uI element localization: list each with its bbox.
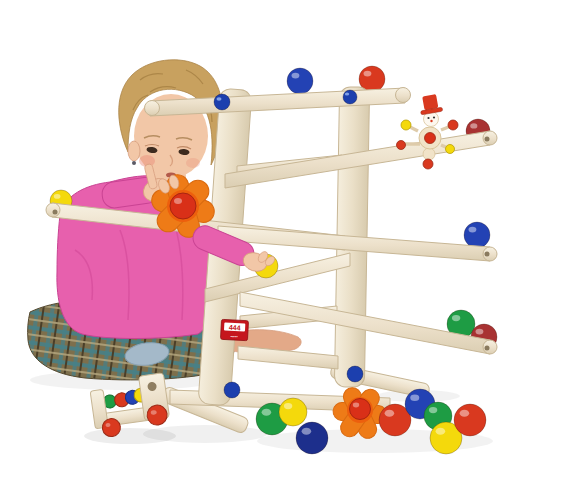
peg-icon [214,94,230,110]
ball-highlight [460,410,470,417]
clown-body-disc [425,133,436,144]
label-number: 444 [229,324,241,332]
ball-highlight [54,194,61,199]
star-hub-ball [350,399,371,420]
photo-stage: 444 ••••• [0,0,564,491]
ball-blue [287,68,313,94]
clown-boot [423,159,433,169]
clown-arm-ball [446,145,455,154]
ball-highlight [292,73,300,79]
clown-arm-ball [448,120,458,130]
ball-navy [296,422,328,454]
ball-red [454,404,486,436]
ear [128,141,140,161]
ball-highlight [284,403,292,409]
ball-highlight [364,71,372,77]
peg-icon [224,382,240,398]
ball-highlight [476,329,484,335]
label-subtext: ••••• [231,334,239,339]
clown-arm-ball [401,120,411,130]
marble-run-photo: 444 ••••• [0,0,564,491]
track-end-hole [53,210,58,215]
track-end-hole [485,252,490,257]
track-end-hole [485,137,490,142]
ball-highlight [469,227,477,233]
star-hub-ball [170,193,196,219]
ball-highlight [452,315,460,321]
ball-highlight [436,428,446,435]
ball-yellow [279,398,307,426]
earring [132,161,136,165]
ball-highlight [470,123,477,128]
peg-icon [343,90,357,104]
ball-highlight [262,409,272,416]
ball-highlight [385,410,395,417]
clown-leg [423,148,435,160]
ball-blue [464,222,490,248]
ball-highlight [410,394,419,401]
ball-highlight [302,428,312,435]
ball-highlight [429,407,437,413]
right-cheek-blush [186,158,200,168]
brand-label: 444 ••••• [220,319,248,340]
track-end-hole [485,346,490,351]
clown-arm-ball [397,141,406,150]
peg-icon [347,366,363,382]
